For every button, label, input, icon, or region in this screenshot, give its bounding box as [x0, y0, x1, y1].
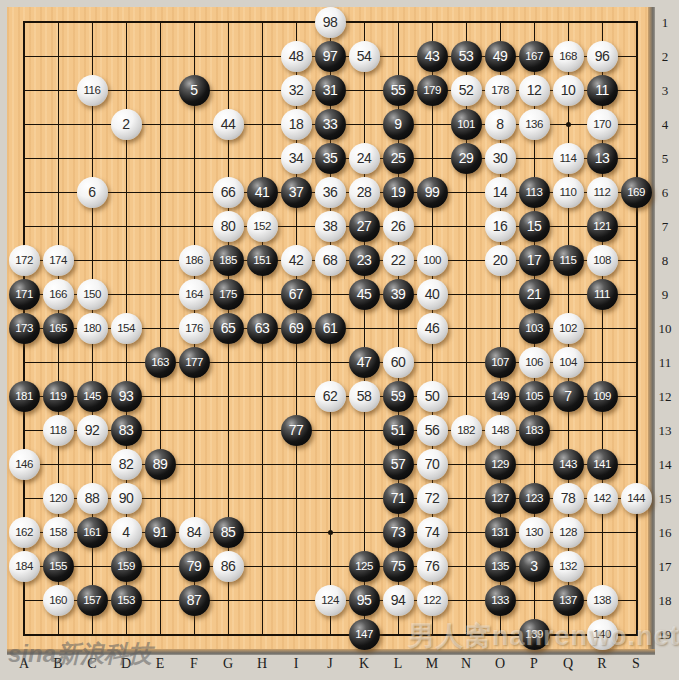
move-number: 55: [391, 82, 406, 98]
move-number: 175: [219, 288, 237, 300]
move-number: 145: [83, 390, 101, 402]
row-label-14: 14: [653, 457, 677, 473]
move-number: 118: [50, 424, 67, 436]
stone-black-147-K19: 147: [349, 619, 380, 650]
stone-white-168-Q2: 168: [553, 41, 584, 72]
stone-white-104-Q11: 104: [553, 347, 584, 378]
stone-white-162-A16: 162: [9, 517, 40, 548]
stone-white-106-P11: 106: [519, 347, 550, 378]
stone-white-174-B8: 174: [43, 245, 74, 276]
stone-black-177-F11: 177: [179, 347, 210, 378]
move-number: 22: [391, 252, 406, 268]
move-number: 170: [593, 118, 611, 130]
move-number: 130: [525, 526, 543, 538]
stone-black-173-A10: 173: [9, 313, 40, 344]
stone-white-18-I4: 18: [281, 109, 312, 140]
move-number: 91: [153, 524, 168, 540]
stone-black-61-J10: 61: [315, 313, 346, 344]
move-number: 26: [391, 218, 406, 234]
stone-white-128-Q16: 128: [553, 517, 584, 548]
stone-black-107-O11: 107: [485, 347, 516, 378]
row-label-16: 16: [653, 525, 677, 541]
move-number: 80: [221, 218, 236, 234]
stone-white-120-B15: 120: [43, 483, 74, 514]
row-label-8: 8: [653, 253, 677, 269]
row-label-18: 18: [653, 593, 677, 609]
stone-black-155-B17: 155: [43, 551, 74, 582]
move-number: 180: [83, 322, 101, 334]
stone-white-142-R15: 142: [587, 483, 618, 514]
stone-white-182-N13: 182: [451, 415, 482, 446]
move-number: 92: [85, 422, 100, 438]
move-number: 104: [559, 356, 577, 368]
move-number: 185: [219, 254, 237, 266]
stone-black-145-C12: 145: [77, 381, 108, 412]
stone-white-44-G4: 44: [213, 109, 244, 140]
stone-black-51-L13: 51: [383, 415, 414, 446]
move-number: 54: [357, 48, 372, 64]
stone-black-9-L4: 9: [383, 109, 414, 140]
move-number: 62: [323, 388, 338, 404]
stone-black-163-E11: 163: [145, 347, 176, 378]
move-number: 179: [423, 84, 441, 96]
move-number: 58: [357, 388, 372, 404]
move-number: 94: [391, 592, 406, 608]
stones-layer: 9848975443534916716896116532315517952178…: [7, 5, 653, 651]
move-number: 120: [49, 492, 67, 504]
move-number: 95: [357, 592, 372, 608]
col-label-H: H: [251, 656, 273, 672]
move-number: 93: [119, 388, 134, 404]
row-label-1: 1: [653, 15, 677, 31]
move-number: 172: [15, 254, 33, 266]
move-number: 49: [493, 48, 508, 64]
stone-white-94-L18: 94: [383, 585, 414, 616]
move-number: 133: [491, 594, 509, 606]
stone-black-19-L6: 19: [383, 177, 414, 208]
move-number: 57: [391, 456, 406, 472]
stone-black-59-L12: 59: [383, 381, 414, 412]
row-label-13: 13: [653, 423, 677, 439]
stone-black-27-K7: 27: [349, 211, 380, 242]
move-number: 159: [117, 560, 135, 572]
move-number: 24: [357, 150, 372, 166]
move-number: 2: [122, 116, 129, 132]
stone-black-83-D13: 83: [111, 415, 142, 446]
move-number: 45: [357, 286, 372, 302]
move-number: 143: [559, 458, 577, 470]
stone-white-30-O5: 30: [485, 143, 516, 174]
move-number: 16: [493, 218, 508, 234]
stone-white-70-M14: 70: [417, 449, 448, 480]
move-number: 7: [564, 388, 571, 404]
move-number: 122: [423, 594, 441, 606]
stone-black-55-L3: 55: [383, 75, 414, 106]
stone-white-148-O13: 148: [485, 415, 516, 446]
stone-black-97-J2: 97: [315, 41, 346, 72]
stone-white-52-N3: 52: [451, 75, 482, 106]
stone-black-123-P15: 123: [519, 483, 550, 514]
move-number: 23: [357, 252, 372, 268]
move-number: 136: [525, 118, 543, 130]
move-number: 66: [221, 184, 236, 200]
move-number: 102: [559, 322, 577, 334]
stone-white-170-R4: 170: [587, 109, 618, 140]
stone-white-118-B13: 118: [43, 415, 74, 446]
stone-white-90-D15: 90: [111, 483, 142, 514]
move-number: 97: [323, 48, 338, 64]
row-label-15: 15: [653, 491, 677, 507]
stone-black-121-R7: 121: [587, 211, 618, 242]
move-number: 30: [493, 150, 508, 166]
stone-white-166-B9: 166: [43, 279, 74, 310]
move-number: 40: [425, 286, 440, 302]
col-label-J: J: [319, 656, 341, 672]
stone-black-179-M3: 179: [417, 75, 448, 106]
move-number: 144: [627, 492, 645, 504]
stone-white-180-C10: 180: [77, 313, 108, 344]
stone-black-43-M2: 43: [417, 41, 448, 72]
stone-black-25-L5: 25: [383, 143, 414, 174]
move-number: 38: [323, 218, 338, 234]
stone-white-6-C6: 6: [77, 177, 108, 208]
col-label-L: L: [387, 656, 409, 672]
stone-white-68-J8: 68: [315, 245, 346, 276]
move-number: 56: [425, 422, 440, 438]
stone-black-165-B10: 165: [43, 313, 74, 344]
move-number: 105: [525, 390, 543, 402]
move-number: 75: [391, 558, 406, 574]
stone-white-150-C9: 150: [77, 279, 108, 310]
stone-black-171-A9: 171: [9, 279, 40, 310]
move-number: 181: [15, 390, 33, 402]
move-number: 39: [391, 286, 406, 302]
move-number: 177: [185, 356, 203, 368]
stone-black-159-D17: 159: [111, 551, 142, 582]
move-number: 43: [425, 48, 440, 64]
row-label-5: 5: [653, 151, 677, 167]
row-label-11: 11: [653, 355, 677, 371]
stone-black-79-F17: 79: [179, 551, 210, 582]
move-number: 32: [289, 82, 304, 98]
move-number: 121: [593, 220, 611, 232]
move-number: 114: [560, 152, 577, 164]
stone-black-5-F3: 5: [179, 75, 210, 106]
move-number: 11: [595, 82, 609, 98]
move-number: 138: [593, 594, 611, 606]
row-label-17: 17: [653, 559, 677, 575]
col-label-O: O: [489, 656, 511, 672]
row-label-7: 7: [653, 219, 677, 235]
stone-white-22-L8: 22: [383, 245, 414, 276]
stone-black-185-G8: 185: [213, 245, 244, 276]
col-label-K: K: [353, 656, 375, 672]
col-label-S: S: [625, 656, 647, 672]
move-number: 100: [423, 254, 441, 266]
go-diagram-screen: 9848975443534916716896116532315517952178…: [0, 0, 679, 680]
move-number: 166: [49, 288, 67, 300]
move-number: 76: [425, 558, 440, 574]
move-number: 163: [151, 356, 169, 368]
move-number: 149: [491, 390, 509, 402]
move-number: 46: [425, 320, 440, 336]
move-number: 28: [357, 184, 372, 200]
move-number: 21: [527, 286, 542, 302]
stone-white-82-D14: 82: [111, 449, 142, 480]
stone-white-116-C3: 116: [77, 75, 108, 106]
move-number: 69: [289, 320, 304, 336]
move-number: 60: [391, 354, 406, 370]
row-label-10: 10: [653, 321, 677, 337]
stone-black-33-J4: 33: [315, 109, 346, 140]
move-number: 106: [525, 356, 543, 368]
stone-white-84-F16: 84: [179, 517, 210, 548]
stone-black-47-K11: 47: [349, 347, 380, 378]
stone-white-102-Q10: 102: [553, 313, 584, 344]
move-number: 50: [425, 388, 440, 404]
stone-white-56-M13: 56: [417, 415, 448, 446]
stone-white-34-I5: 34: [281, 143, 312, 174]
stone-white-54-K2: 54: [349, 41, 380, 72]
stone-black-109-R12: 109: [587, 381, 618, 412]
move-number: 96: [595, 48, 610, 64]
move-number: 90: [119, 490, 134, 506]
row-label-4: 4: [653, 117, 677, 133]
stone-white-122-M18: 122: [417, 585, 448, 616]
move-number: 183: [525, 424, 543, 436]
col-label-I: I: [285, 656, 307, 672]
move-number: 4: [122, 524, 129, 540]
col-label-E: E: [149, 656, 171, 672]
stone-white-50-M12: 50: [417, 381, 448, 412]
move-number: 98: [323, 14, 338, 30]
move-number: 127: [491, 492, 509, 504]
stone-black-17-P8: 17: [519, 245, 550, 276]
stone-black-181-A12: 181: [9, 381, 40, 412]
move-number: 13: [595, 150, 610, 166]
move-number: 79: [187, 558, 202, 574]
stone-white-176-F10: 176: [179, 313, 210, 344]
stone-black-21-P9: 21: [519, 279, 550, 310]
move-number: 82: [119, 456, 134, 472]
col-label-F: F: [183, 656, 205, 672]
stone-white-26-L7: 26: [383, 211, 414, 242]
stone-black-85-G16: 85: [213, 517, 244, 548]
move-number: 182: [457, 424, 475, 436]
move-number: 18: [289, 116, 304, 132]
move-number: 87: [187, 592, 202, 608]
move-number: 154: [117, 322, 135, 334]
stone-white-146-A14: 146: [9, 449, 40, 480]
stone-black-41-H6: 41: [247, 177, 278, 208]
move-number: 6: [88, 184, 95, 200]
stone-white-12-P3: 12: [519, 75, 550, 106]
stone-black-127-O15: 127: [485, 483, 516, 514]
stone-white-76-M17: 76: [417, 551, 448, 582]
stone-black-125-K17: 125: [349, 551, 380, 582]
move-number: 107: [491, 356, 509, 368]
move-number: 132: [559, 560, 577, 572]
row-label-6: 6: [653, 185, 677, 201]
move-number: 124: [321, 594, 339, 606]
stone-white-16-O7: 16: [485, 211, 516, 242]
row-label-9: 9: [653, 287, 677, 303]
move-number: 12: [527, 82, 542, 98]
stone-black-135-O17: 135: [485, 551, 516, 582]
stone-white-42-I8: 42: [281, 245, 312, 276]
stone-white-2-D4: 2: [111, 109, 142, 140]
stone-white-48-I2: 48: [281, 41, 312, 72]
stone-white-10-Q3: 10: [553, 75, 584, 106]
stone-white-98-J1: 98: [315, 7, 346, 38]
stone-black-133-O18: 133: [485, 585, 516, 616]
move-number: 103: [525, 322, 543, 334]
stone-black-23-K8: 23: [349, 245, 380, 276]
move-number: 152: [253, 220, 271, 232]
stone-black-175-G9: 175: [213, 279, 244, 310]
stone-white-100-M8: 100: [417, 245, 448, 276]
move-number: 73: [391, 524, 406, 540]
move-number: 70: [425, 456, 440, 472]
stone-white-24-K5: 24: [349, 143, 380, 174]
move-number: 125: [355, 560, 373, 572]
stone-white-20-O8: 20: [485, 245, 516, 276]
move-number: 155: [49, 560, 67, 572]
stone-black-57-L14: 57: [383, 449, 414, 480]
move-number: 37: [289, 184, 304, 200]
move-number: 129: [491, 458, 509, 470]
move-number: 137: [559, 594, 577, 606]
move-number: 88: [85, 490, 100, 506]
stone-white-40-M9: 40: [417, 279, 448, 310]
stone-black-91-E16: 91: [145, 517, 176, 548]
stone-black-137-Q18: 137: [553, 585, 584, 616]
stone-black-95-K18: 95: [349, 585, 380, 616]
move-number: 109: [593, 390, 611, 402]
move-number: 165: [49, 322, 67, 334]
move-number: 68: [323, 252, 338, 268]
stone-white-172-A8: 172: [9, 245, 40, 276]
move-number: 17: [527, 252, 542, 268]
move-number: 131: [491, 526, 509, 538]
move-number: 8: [496, 116, 503, 132]
stone-black-67-I9: 67: [281, 279, 312, 310]
stone-black-65-G10: 65: [213, 313, 244, 344]
move-number: 72: [425, 490, 440, 506]
stone-white-60-L11: 60: [383, 347, 414, 378]
stone-white-178-O3: 178: [485, 75, 516, 106]
move-number: 77: [289, 422, 304, 438]
move-number: 157: [83, 594, 101, 606]
stone-white-62-J12: 62: [315, 381, 346, 412]
move-number: 116: [84, 84, 101, 96]
stone-black-7-Q12: 7: [553, 381, 584, 412]
stone-black-119-B12: 119: [43, 381, 74, 412]
move-number: 61: [323, 320, 338, 336]
move-number: 85: [221, 524, 236, 540]
move-number: 15: [527, 218, 542, 234]
move-number: 41: [255, 184, 270, 200]
stone-black-49-O2: 49: [485, 41, 516, 72]
move-number: 123: [525, 492, 543, 504]
stone-white-154-D10: 154: [111, 313, 142, 344]
move-number: 48: [289, 48, 304, 64]
stone-white-108-R8: 108: [587, 245, 618, 276]
stone-black-105-P12: 105: [519, 381, 550, 412]
move-number: 14: [493, 184, 508, 200]
stone-white-46-M10: 46: [417, 313, 448, 344]
col-label-P: P: [523, 656, 545, 672]
stone-black-101-N4: 101: [451, 109, 482, 140]
stone-black-37-I6: 37: [281, 177, 312, 208]
move-number: 119: [50, 390, 67, 402]
stone-white-28-K6: 28: [349, 177, 380, 208]
stone-white-80-G7: 80: [213, 211, 244, 242]
move-number: 142: [593, 492, 611, 504]
move-number: 20: [493, 252, 508, 268]
stone-white-144-S15: 144: [621, 483, 652, 514]
move-number: 71: [391, 490, 406, 506]
move-number: 174: [49, 254, 67, 266]
move-number: 128: [559, 526, 577, 538]
move-number: 178: [491, 84, 509, 96]
move-number: 27: [357, 218, 372, 234]
stone-white-58-K12: 58: [349, 381, 380, 412]
col-label-G: G: [217, 656, 239, 672]
stone-black-63-H10: 63: [247, 313, 278, 344]
col-label-Q: Q: [557, 656, 579, 672]
stone-white-74-M16: 74: [417, 517, 448, 548]
stone-white-38-J7: 38: [315, 211, 346, 242]
move-number: 161: [83, 526, 101, 538]
move-number: 168: [559, 50, 577, 62]
stone-black-35-J5: 35: [315, 143, 346, 174]
move-number: 112: [594, 186, 611, 198]
move-number: 171: [15, 288, 33, 300]
stone-white-88-C15: 88: [77, 483, 108, 514]
move-number: 47: [357, 354, 372, 370]
col-label-R: R: [591, 656, 613, 672]
stone-black-87-F18: 87: [179, 585, 210, 616]
move-number: 101: [457, 118, 475, 130]
move-number: 148: [491, 424, 509, 436]
move-number: 52: [459, 82, 474, 98]
stone-black-39-L9: 39: [383, 279, 414, 310]
move-number: 86: [221, 558, 236, 574]
move-number: 84: [187, 524, 202, 540]
stone-white-136-P4: 136: [519, 109, 550, 140]
row-label-2: 2: [653, 49, 677, 65]
move-number: 65: [221, 320, 236, 336]
stone-black-3-P17: 3: [519, 551, 550, 582]
stone-black-29-N5: 29: [451, 143, 482, 174]
stone-black-153-D18: 153: [111, 585, 142, 616]
move-number: 89: [153, 456, 168, 472]
stone-black-77-I13: 77: [281, 415, 312, 446]
stone-black-99-M6: 99: [417, 177, 448, 208]
move-number: 169: [627, 186, 645, 198]
stone-black-89-E14: 89: [145, 449, 176, 480]
stone-white-186-F8: 186: [179, 245, 210, 276]
move-number: 10: [561, 82, 576, 98]
stone-white-152-H7: 152: [247, 211, 278, 242]
move-number: 186: [185, 254, 203, 266]
move-number: 35: [323, 150, 338, 166]
move-number: 162: [15, 526, 33, 538]
move-number: 141: [593, 458, 611, 470]
stone-white-86-G17: 86: [213, 551, 244, 582]
stone-black-157-C18: 157: [77, 585, 108, 616]
